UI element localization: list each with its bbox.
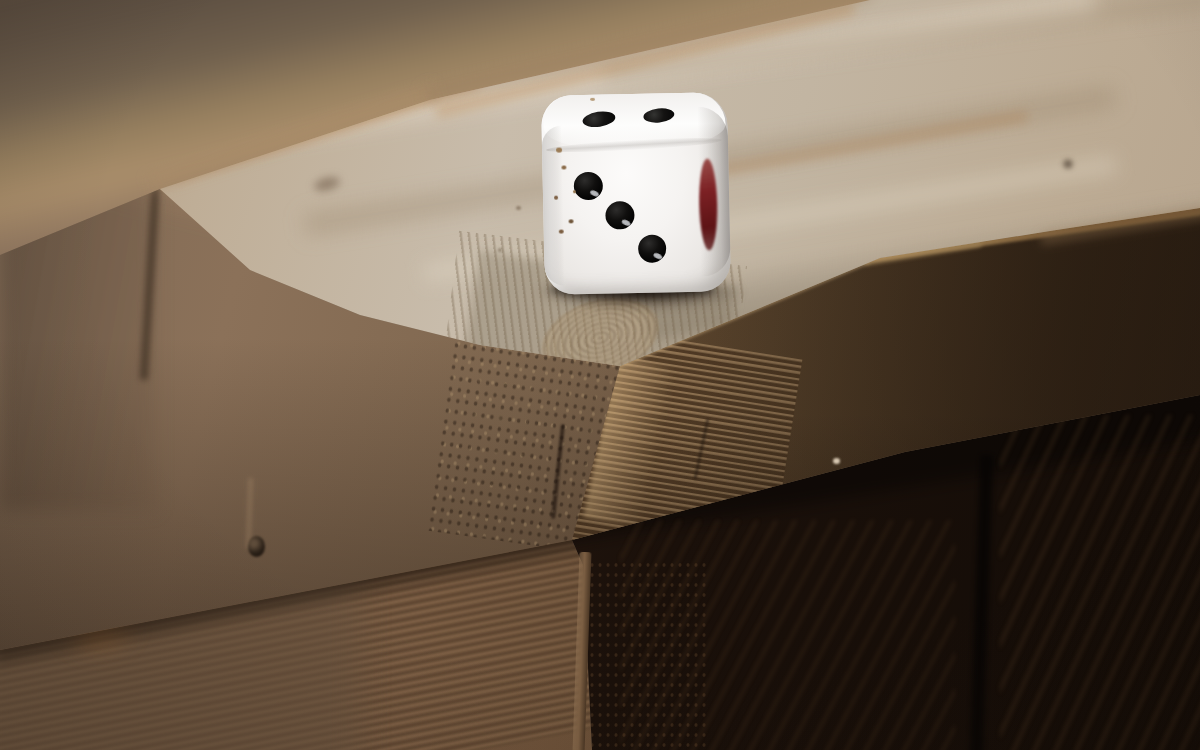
dirt-speck <box>561 165 566 169</box>
dirt-speck <box>569 219 574 223</box>
dirt-speck <box>559 230 564 234</box>
die <box>541 92 731 295</box>
nail-head <box>248 536 265 557</box>
dirt-speck <box>573 190 576 193</box>
dust-speck-1 <box>516 206 521 210</box>
dark-corner-speckle <box>588 560 708 750</box>
resin-glint <box>833 458 840 464</box>
die-front-pip-3 <box>638 234 667 263</box>
dirt-speck <box>554 196 558 200</box>
panel-gap-line <box>970 455 994 750</box>
dust-speck-2 <box>498 248 502 252</box>
die-front-pip-2 <box>605 201 635 230</box>
die-front-pip-1 <box>574 172 604 201</box>
dark-wood-streaks-right <box>1000 415 1200 750</box>
wood-knot-far-right <box>1060 158 1076 170</box>
wood-knot-left <box>313 175 341 193</box>
photo-scene <box>0 0 1200 750</box>
